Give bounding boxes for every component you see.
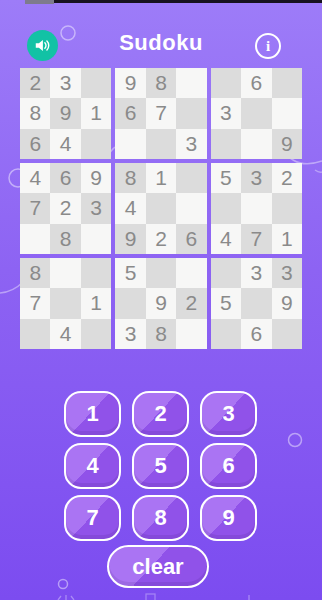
cell-r1c1[interactable]: 2	[20, 68, 50, 98]
num-8-button[interactable]: 8	[132, 495, 189, 541]
num-5-button[interactable]: 5	[132, 443, 189, 489]
cell-r7c9[interactable]: 3	[272, 258, 302, 288]
cell-r6c8[interactable]: 7	[241, 224, 271, 254]
cell-r1c8[interactable]: 6	[241, 68, 271, 98]
info-icon: i	[266, 38, 270, 54]
cell-r8c8[interactable]	[241, 288, 271, 318]
top-border-bar-segment	[25, 0, 54, 4]
cell-r8c6[interactable]: 2	[176, 288, 206, 318]
cell-r1c9[interactable]	[272, 68, 302, 98]
cell-r2c8[interactable]	[241, 98, 271, 128]
cell-r6c2[interactable]: 8	[50, 224, 80, 254]
block-2-1: 4697238	[20, 163, 111, 254]
cell-r6c1[interactable]	[20, 224, 50, 254]
block-1-1: 2389164	[20, 68, 111, 159]
cell-r3c4[interactable]	[115, 129, 145, 159]
cell-r7c2[interactable]	[50, 258, 80, 288]
cell-r7c3[interactable]	[81, 258, 111, 288]
cell-r4c1[interactable]: 4	[20, 163, 50, 193]
cell-r7c6[interactable]	[176, 258, 206, 288]
cell-r6c7[interactable]: 4	[211, 224, 241, 254]
cell-r2c2[interactable]: 9	[50, 98, 80, 128]
cell-r7c5[interactable]	[146, 258, 176, 288]
cell-r3c7[interactable]	[211, 129, 241, 159]
cell-r8c5[interactable]: 9	[146, 288, 176, 318]
cell-r6c9[interactable]: 1	[272, 224, 302, 254]
cell-r9c9[interactable]	[272, 319, 302, 349]
block-2-2: 814926	[115, 163, 206, 254]
cell-r4c3[interactable]: 9	[81, 163, 111, 193]
cell-r2c4[interactable]: 6	[115, 98, 145, 128]
cell-r8c7[interactable]: 5	[211, 288, 241, 318]
cell-r9c5[interactable]: 8	[146, 319, 176, 349]
sudoku-board: 2389164986736394697238814926532471871459…	[20, 68, 302, 349]
cell-r9c6[interactable]	[176, 319, 206, 349]
num-3-button[interactable]: 3	[200, 391, 257, 437]
cell-r6c5[interactable]: 2	[146, 224, 176, 254]
cell-r8c3[interactable]: 1	[81, 288, 111, 318]
cell-r7c8[interactable]: 3	[241, 258, 271, 288]
cell-r1c2[interactable]: 3	[50, 68, 80, 98]
cell-r5c9[interactable]	[272, 193, 302, 223]
cell-r5c6[interactable]	[176, 193, 206, 223]
sound-toggle-button[interactable]	[27, 30, 58, 61]
cell-r6c6[interactable]: 6	[176, 224, 206, 254]
cell-r7c4[interactable]: 5	[115, 258, 145, 288]
cell-r9c4[interactable]: 3	[115, 319, 145, 349]
cell-r4c7[interactable]: 5	[211, 163, 241, 193]
cell-r2c6[interactable]	[176, 98, 206, 128]
cell-r5c1[interactable]: 7	[20, 193, 50, 223]
num-1-button[interactable]: 1	[64, 391, 121, 437]
block-3-2: 59238	[115, 258, 206, 349]
num-2-button[interactable]: 2	[132, 391, 189, 437]
cell-r8c2[interactable]	[50, 288, 80, 318]
num-7-button[interactable]: 7	[64, 495, 121, 541]
block-3-1: 8714	[20, 258, 111, 349]
cell-r2c3[interactable]: 1	[81, 98, 111, 128]
cell-r4c2[interactable]: 6	[50, 163, 80, 193]
cell-r2c5[interactable]: 7	[146, 98, 176, 128]
clear-button-label: clear	[132, 554, 183, 580]
cell-r9c7[interactable]	[211, 319, 241, 349]
cell-r3c6[interactable]: 3	[176, 129, 206, 159]
cell-r5c3[interactable]: 3	[81, 193, 111, 223]
numpad: 123456789	[64, 391, 257, 541]
cell-r5c8[interactable]	[241, 193, 271, 223]
cell-r2c1[interactable]: 8	[20, 98, 50, 128]
cell-r4c8[interactable]: 3	[241, 163, 271, 193]
cell-r9c2[interactable]: 4	[50, 319, 80, 349]
cell-r2c9[interactable]	[272, 98, 302, 128]
block-1-3: 639	[211, 68, 302, 159]
cell-r3c3[interactable]	[81, 129, 111, 159]
cell-r2c7[interactable]: 3	[211, 98, 241, 128]
cell-r1c4[interactable]: 9	[115, 68, 145, 98]
cell-r1c3[interactable]	[81, 68, 111, 98]
cell-r8c1[interactable]: 7	[20, 288, 50, 318]
num-9-button[interactable]: 9	[200, 495, 257, 541]
num-4-button[interactable]: 4	[64, 443, 121, 489]
cell-r3c2[interactable]: 4	[50, 129, 80, 159]
block-3-3: 33596	[211, 258, 302, 349]
block-1-2: 98673	[115, 68, 206, 159]
top-border-bar	[25, 0, 322, 3]
clear-button[interactable]: clear	[107, 545, 209, 588]
cell-r4c9[interactable]: 2	[272, 163, 302, 193]
cell-r5c7[interactable]	[211, 193, 241, 223]
cell-r7c1[interactable]: 8	[20, 258, 50, 288]
num-6-button[interactable]: 6	[200, 443, 257, 489]
cell-r4c5[interactable]: 1	[146, 163, 176, 193]
cell-r4c6[interactable]	[176, 163, 206, 193]
cell-r1c6[interactable]	[176, 68, 206, 98]
cell-r6c3[interactable]	[81, 224, 111, 254]
block-2-3: 532471	[211, 163, 302, 254]
cell-r3c1[interactable]: 6	[20, 129, 50, 159]
cell-r5c2[interactable]: 2	[50, 193, 80, 223]
cell-r3c9[interactable]: 9	[272, 129, 302, 159]
cell-r1c5[interactable]: 8	[146, 68, 176, 98]
cell-r6c4[interactable]: 9	[115, 224, 145, 254]
cell-r3c5[interactable]	[146, 129, 176, 159]
cell-r5c5[interactable]	[146, 193, 176, 223]
cell-r9c8[interactable]: 6	[241, 319, 271, 349]
cell-r8c9[interactable]: 9	[272, 288, 302, 318]
cell-r3c8[interactable]	[241, 129, 271, 159]
cell-r7c7[interactable]	[211, 258, 241, 288]
cell-r8c4[interactable]	[115, 288, 145, 318]
cell-r9c1[interactable]	[20, 319, 50, 349]
cell-r5c4[interactable]: 4	[115, 193, 145, 223]
cell-r9c3[interactable]	[81, 319, 111, 349]
cell-r4c4[interactable]: 8	[115, 163, 145, 193]
speaker-icon	[33, 36, 52, 55]
cell-r1c7[interactable]	[211, 68, 241, 98]
info-button[interactable]: i	[255, 33, 281, 59]
